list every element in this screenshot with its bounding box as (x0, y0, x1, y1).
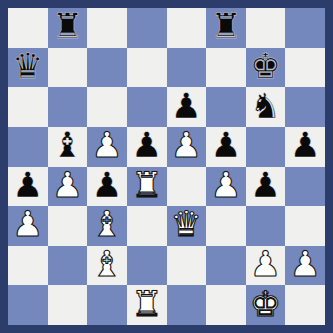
white-rook[interactable]: ♜ (131, 287, 162, 322)
square-b4[interactable]: ♟ (48, 167, 88, 207)
square-b5[interactable]: ♝ (48, 127, 88, 167)
square-d3[interactable] (127, 206, 167, 246)
black-bishop[interactable]: ♝ (52, 128, 83, 163)
black-rook[interactable]: ♜ (52, 9, 83, 44)
square-e3[interactable]: ♛ (167, 206, 207, 246)
square-d5[interactable]: ♟ (127, 127, 167, 167)
square-a7[interactable]: ♛ (8, 48, 48, 88)
square-a8[interactable] (8, 8, 48, 48)
white-pawn[interactable]: ♟ (289, 247, 320, 282)
square-c8[interactable] (87, 8, 127, 48)
black-pawn[interactable]: ♟ (289, 128, 320, 163)
white-queen[interactable]: ♛ (171, 207, 202, 242)
square-g6[interactable]: ♞ (246, 87, 286, 127)
square-h5[interactable]: ♟ (285, 127, 325, 167)
black-pawn[interactable]: ♟ (131, 128, 162, 163)
square-e1[interactable] (167, 285, 207, 325)
square-d7[interactable] (127, 48, 167, 88)
square-h1[interactable] (285, 285, 325, 325)
white-pawn[interactable]: ♟ (52, 168, 83, 203)
square-h7[interactable] (285, 48, 325, 88)
square-d4[interactable]: ♜ (127, 167, 167, 207)
square-d8[interactable] (127, 8, 167, 48)
black-knight[interactable]: ♞ (250, 89, 281, 124)
white-bishop[interactable]: ♝ (91, 247, 122, 282)
square-f4[interactable]: ♟ (206, 167, 246, 207)
square-h4[interactable] (285, 167, 325, 207)
square-d1[interactable]: ♜ (127, 285, 167, 325)
white-pawn[interactable]: ♟ (91, 128, 122, 163)
black-pawn[interactable]: ♟ (171, 89, 202, 124)
square-b2[interactable] (48, 246, 88, 286)
white-king[interactable]: ♚ (250, 287, 281, 322)
square-b7[interactable] (48, 48, 88, 88)
square-c5[interactable]: ♟ (87, 127, 127, 167)
white-pawn[interactable]: ♟ (12, 207, 43, 242)
square-f7[interactable] (206, 48, 246, 88)
square-f6[interactable] (206, 87, 246, 127)
square-h6[interactable] (285, 87, 325, 127)
square-a4[interactable]: ♟ (8, 167, 48, 207)
black-king[interactable]: ♚ (250, 49, 281, 84)
square-h3[interactable] (285, 206, 325, 246)
square-a5[interactable] (8, 127, 48, 167)
square-g1[interactable]: ♚ (246, 285, 286, 325)
square-g3[interactable] (246, 206, 286, 246)
square-c3[interactable]: ♝ (87, 206, 127, 246)
white-pawn[interactable]: ♟ (210, 168, 241, 203)
square-a1[interactable] (8, 285, 48, 325)
square-d2[interactable] (127, 246, 167, 286)
square-f3[interactable] (206, 206, 246, 246)
white-pawn[interactable]: ♟ (171, 128, 202, 163)
square-e8[interactable] (167, 8, 207, 48)
square-f2[interactable] (206, 246, 246, 286)
black-pawn[interactable]: ♟ (210, 128, 241, 163)
black-pawn[interactable]: ♟ (12, 168, 43, 203)
square-c4[interactable]: ♟ (87, 167, 127, 207)
square-f1[interactable] (206, 285, 246, 325)
square-c1[interactable] (87, 285, 127, 325)
square-g8[interactable] (246, 8, 286, 48)
square-a2[interactable] (8, 246, 48, 286)
square-c7[interactable] (87, 48, 127, 88)
square-h8[interactable] (285, 8, 325, 48)
square-e2[interactable] (167, 246, 207, 286)
square-b8[interactable]: ♜ (48, 8, 88, 48)
square-a6[interactable] (8, 87, 48, 127)
square-f8[interactable]: ♜ (206, 8, 246, 48)
square-b3[interactable] (48, 206, 88, 246)
black-rook[interactable]: ♜ (210, 9, 241, 44)
square-b1[interactable] (48, 285, 88, 325)
square-d6[interactable] (127, 87, 167, 127)
square-e4[interactable] (167, 167, 207, 207)
chess-board: ♜♜♛♚♟♞♝♟♟♟♟♟♟♟♟♜♟♟♟♝♛♝♟♟♜♚ (0, 0, 333, 333)
square-h2[interactable]: ♟ (285, 246, 325, 286)
square-e7[interactable] (167, 48, 207, 88)
square-c6[interactable] (87, 87, 127, 127)
square-g4[interactable]: ♟ (246, 167, 286, 207)
white-pawn[interactable]: ♟ (250, 247, 281, 282)
square-g5[interactable] (246, 127, 286, 167)
square-g7[interactable]: ♚ (246, 48, 286, 88)
black-pawn[interactable]: ♟ (250, 168, 281, 203)
black-queen[interactable]: ♛ (12, 49, 43, 84)
square-g2[interactable]: ♟ (246, 246, 286, 286)
white-bishop[interactable]: ♝ (91, 207, 122, 242)
square-e6[interactable]: ♟ (167, 87, 207, 127)
black-pawn[interactable]: ♟ (91, 168, 122, 203)
square-a3[interactable]: ♟ (8, 206, 48, 246)
square-e5[interactable]: ♟ (167, 127, 207, 167)
square-f5[interactable]: ♟ (206, 127, 246, 167)
white-rook[interactable]: ♜ (131, 168, 162, 203)
square-b6[interactable] (48, 87, 88, 127)
square-c2[interactable]: ♝ (87, 246, 127, 286)
board-grid: ♜♜♛♚♟♞♝♟♟♟♟♟♟♟♟♜♟♟♟♝♛♝♟♟♜♚ (8, 8, 325, 325)
